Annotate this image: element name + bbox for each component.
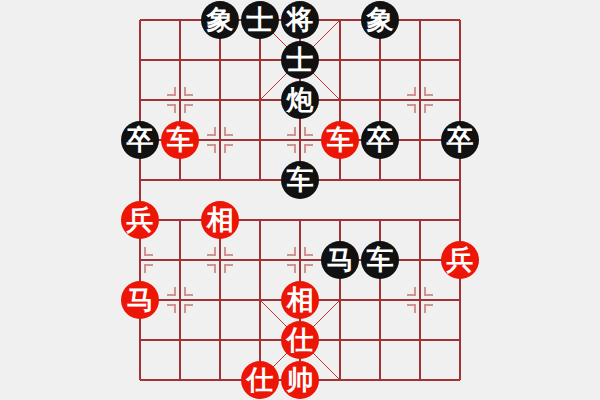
piece-black-chariot[interactable]: 车 <box>361 241 399 279</box>
piece-black-advisor[interactable]: 士 <box>281 41 319 79</box>
piece-red-elephant[interactable]: 相 <box>201 201 239 239</box>
piece-black-general[interactable]: 将 <box>281 1 319 39</box>
piece-black-soldier[interactable]: 卒 <box>121 121 159 159</box>
piece-red-chariot[interactable]: 车 <box>161 121 199 159</box>
piece-black-elephant[interactable]: 象 <box>201 1 239 39</box>
piece-red-general[interactable]: 帅 <box>281 361 319 399</box>
piece-red-advisor[interactable]: 仕 <box>241 361 279 399</box>
piece-red-horse[interactable]: 马 <box>121 281 159 319</box>
piece-black-chariot[interactable]: 车 <box>281 161 319 199</box>
piece-black-elephant[interactable]: 象 <box>361 1 399 39</box>
piece-red-chariot[interactable]: 车 <box>321 121 359 159</box>
piece-red-soldier[interactable]: 兵 <box>441 241 479 279</box>
piece-black-horse[interactable]: 马 <box>321 241 359 279</box>
piece-red-advisor[interactable]: 仕 <box>281 321 319 359</box>
piece-black-cannon[interactable]: 炮 <box>281 81 319 119</box>
board-grid: 象士将象士炮卒车车卒卒车兵相马车兵马相仕仕帅 <box>120 0 480 400</box>
piece-black-soldier[interactable]: 卒 <box>441 121 479 159</box>
piece-black-soldier[interactable]: 卒 <box>361 121 399 159</box>
piece-black-advisor[interactable]: 士 <box>241 1 279 39</box>
piece-red-soldier[interactable]: 兵 <box>121 201 159 239</box>
xiangqi-board: 象士将象士炮卒车车卒卒车兵相马车兵马相仕仕帅 <box>0 0 600 400</box>
piece-red-elephant[interactable]: 相 <box>281 281 319 319</box>
